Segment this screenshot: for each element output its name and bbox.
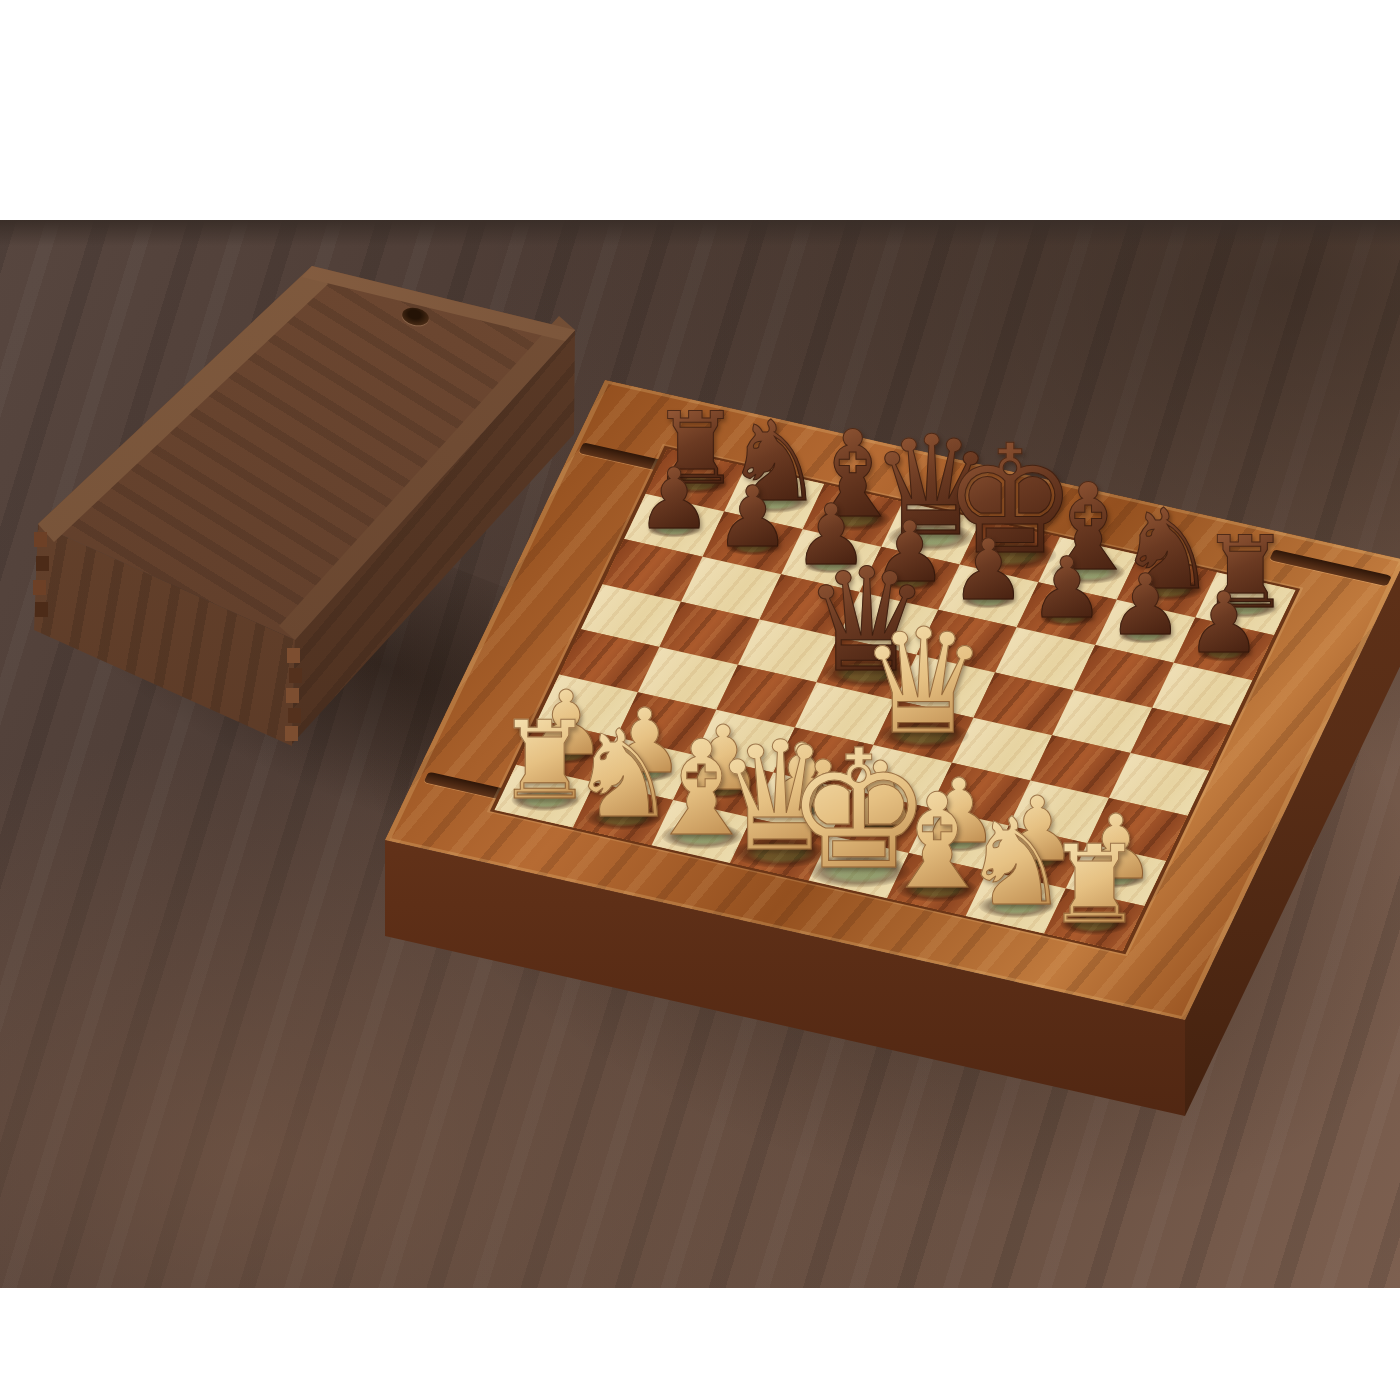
finger-joint-4 — [285, 726, 298, 741]
finger-joint-6 — [36, 556, 49, 571]
finger-joint-5 — [34, 532, 47, 547]
finger-joint-7 — [33, 580, 46, 595]
piece-black-pawn-g7[interactable]: ♟ — [1108, 563, 1183, 647]
finger-joint-3 — [288, 708, 301, 723]
finger-joint-1 — [289, 668, 302, 683]
finger-joint-2 — [286, 688, 299, 703]
product-photo-scene: ♜♞♝♛♚♝♞♜♟♟♟♟♟♟♟♟♛♛♟♟♟♟♟♟♟♟♜♞♝♛♚♝♞♜ — [0, 0, 1400, 1400]
piece-black-pawn-f7[interactable]: ♟ — [1029, 546, 1104, 630]
piece-black-pawn-h7[interactable]: ♟ — [1186, 581, 1261, 665]
finger-joint-8 — [35, 602, 48, 617]
piece-black-pawn-b7[interactable]: ♟ — [715, 475, 790, 559]
piece-black-pawn-a7[interactable]: ♟ — [636, 457, 711, 541]
piece-white-rook-h1[interactable]: ♜ — [1046, 831, 1143, 939]
finger-joint-0 — [287, 648, 300, 663]
